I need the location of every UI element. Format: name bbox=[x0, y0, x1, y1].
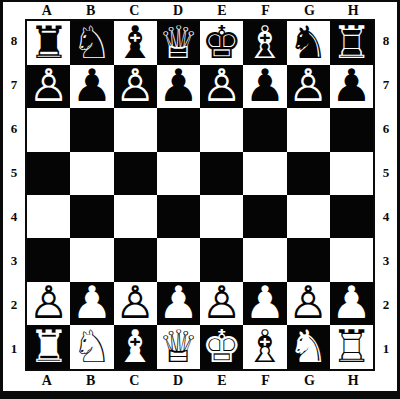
square-b4[interactable] bbox=[70, 195, 113, 238]
rank-label-left-5: 5 bbox=[3, 151, 25, 195]
square-b8[interactable]: ♘ bbox=[70, 21, 113, 64]
square-c3[interactable] bbox=[114, 238, 157, 281]
rank-label-left-3: 3 bbox=[3, 239, 25, 283]
square-h5[interactable] bbox=[330, 152, 373, 195]
square-f3[interactable] bbox=[243, 238, 286, 281]
black-pawn-f7: ♟ bbox=[245, 65, 285, 108]
white-bishop-c1: ♝ bbox=[115, 325, 155, 368]
file-label-bottom-d: D bbox=[156, 374, 200, 388]
square-f6[interactable] bbox=[243, 108, 286, 151]
file-label-bottom-e: E bbox=[200, 374, 244, 388]
square-d6[interactable] bbox=[157, 108, 200, 151]
black-rook-h8: ♖ bbox=[331, 21, 371, 64]
file-label-top-h: H bbox=[331, 4, 375, 18]
square-a3[interactable] bbox=[27, 238, 70, 281]
square-f1[interactable]: ♗ bbox=[243, 325, 286, 368]
black-pawn-c7: ♙ bbox=[115, 65, 155, 108]
square-f2[interactable]: ♟ bbox=[243, 282, 286, 325]
black-bishop-c8: ♝ bbox=[115, 21, 155, 64]
rank-label-right-4: 4 bbox=[375, 195, 397, 239]
white-king-e1: ♚ bbox=[201, 325, 241, 368]
square-d8[interactable]: ♕ bbox=[157, 21, 200, 64]
rank-label-left-2: 2 bbox=[3, 283, 25, 327]
square-a1[interactable]: ♜ bbox=[27, 325, 70, 368]
file-label-top-g: G bbox=[288, 4, 332, 18]
file-label-bottom-g: G bbox=[288, 374, 332, 388]
rank-label-right-5: 5 bbox=[375, 151, 397, 195]
square-b1[interactable]: ♘ bbox=[70, 325, 113, 368]
file-label-bottom-a: A bbox=[25, 374, 69, 388]
square-c2[interactable]: ♙ bbox=[114, 282, 157, 325]
black-pawn-d7: ♟ bbox=[158, 65, 198, 108]
square-b3[interactable] bbox=[70, 238, 113, 281]
file-label-bottom-b: B bbox=[69, 374, 113, 388]
black-king-e8: ♚ bbox=[201, 21, 241, 64]
square-e6[interactable] bbox=[200, 108, 243, 151]
square-e8[interactable]: ♚ bbox=[200, 21, 243, 64]
black-rook-a8: ♜ bbox=[28, 21, 68, 64]
file-label-bottom-f: F bbox=[244, 374, 288, 388]
rank-label-right-3: 3 bbox=[375, 239, 397, 283]
square-a7[interactable]: ♙ bbox=[27, 65, 70, 108]
square-b6[interactable] bbox=[70, 108, 113, 151]
square-d7[interactable]: ♟ bbox=[157, 65, 200, 108]
chessboard-diagram: ABCDEFGH 87654321 ♜♘♝♕♚♗♞♖♙♟♙♟♙♟♙♟♙♟♙♟♙♟… bbox=[0, 0, 400, 399]
square-d2[interactable]: ♟ bbox=[157, 282, 200, 325]
watermark-blob bbox=[331, 392, 353, 399]
file-labels-top: ABCDEFGH bbox=[3, 2, 397, 19]
square-g2[interactable]: ♙ bbox=[287, 282, 330, 325]
white-rook-a1: ♜ bbox=[28, 325, 68, 368]
white-pawn-g2: ♙ bbox=[288, 282, 328, 325]
square-e1[interactable]: ♚ bbox=[200, 325, 243, 368]
board: ♜♘♝♕♚♗♞♖♙♟♙♟♙♟♙♟♙♟♙♟♙♟♙♟♜♘♝♕♚♗♞♖ bbox=[25, 19, 375, 370]
black-knight-b8: ♘ bbox=[72, 21, 112, 64]
black-pawn-b7: ♟ bbox=[72, 65, 112, 108]
square-g7[interactable]: ♙ bbox=[287, 65, 330, 108]
square-g4[interactable] bbox=[287, 195, 330, 238]
square-e5[interactable] bbox=[200, 152, 243, 195]
black-pawn-a7: ♙ bbox=[28, 65, 68, 108]
black-knight-g8: ♞ bbox=[288, 21, 328, 64]
white-pawn-e2: ♙ bbox=[201, 282, 241, 325]
white-pawn-f2: ♟ bbox=[245, 282, 285, 325]
rank-label-left-6: 6 bbox=[3, 107, 25, 151]
square-a5[interactable] bbox=[27, 152, 70, 195]
rank-label-left-4: 4 bbox=[3, 195, 25, 239]
square-g8[interactable]: ♞ bbox=[287, 21, 330, 64]
rank-label-right-8: 8 bbox=[375, 19, 397, 63]
black-pawn-e7: ♙ bbox=[201, 65, 241, 108]
square-d4[interactable] bbox=[157, 195, 200, 238]
rank-label-right-7: 7 bbox=[375, 63, 397, 107]
file-label-top-c: C bbox=[113, 4, 157, 18]
square-c6[interactable] bbox=[114, 108, 157, 151]
white-queen-d1: ♕ bbox=[158, 325, 198, 368]
white-pawn-c2: ♙ bbox=[115, 282, 155, 325]
square-g6[interactable] bbox=[287, 108, 330, 151]
square-e3[interactable] bbox=[200, 238, 243, 281]
square-b5[interactable] bbox=[70, 152, 113, 195]
square-c1[interactable]: ♝ bbox=[114, 325, 157, 368]
square-b2[interactable]: ♟ bbox=[70, 282, 113, 325]
square-h8[interactable]: ♖ bbox=[330, 21, 373, 64]
board-band: 87654321 ♜♘♝♕♚♗♞♖♙♟♙♟♙♟♙♟♙♟♙♟♙♟♙♟♜♘♝♕♚♗♞… bbox=[3, 19, 397, 370]
square-c7[interactable]: ♙ bbox=[114, 65, 157, 108]
rank-labels-right: 87654321 bbox=[375, 19, 397, 370]
white-pawn-d2: ♟ bbox=[158, 282, 198, 325]
white-bishop-f1: ♗ bbox=[245, 325, 285, 368]
square-f8[interactable]: ♗ bbox=[243, 21, 286, 64]
square-h6[interactable] bbox=[330, 108, 373, 151]
square-d3[interactable] bbox=[157, 238, 200, 281]
square-h7[interactable]: ♟ bbox=[330, 65, 373, 108]
square-a4[interactable] bbox=[27, 195, 70, 238]
rank-label-right-1: 1 bbox=[375, 327, 397, 371]
white-knight-b1: ♘ bbox=[72, 325, 112, 368]
square-c5[interactable] bbox=[114, 152, 157, 195]
square-e2[interactable]: ♙ bbox=[200, 282, 243, 325]
square-g3[interactable] bbox=[287, 238, 330, 281]
square-g1[interactable]: ♞ bbox=[287, 325, 330, 368]
square-g5[interactable] bbox=[287, 152, 330, 195]
square-f5[interactable] bbox=[243, 152, 286, 195]
rank-label-right-2: 2 bbox=[375, 283, 397, 327]
rank-labels-left: 87654321 bbox=[3, 19, 25, 370]
rank-label-right-6: 6 bbox=[375, 107, 397, 151]
rank-label-left-8: 8 bbox=[3, 19, 25, 63]
square-a8[interactable]: ♜ bbox=[27, 21, 70, 64]
square-d5[interactable] bbox=[157, 152, 200, 195]
file-label-bottom-c: C bbox=[113, 374, 157, 388]
file-label-bottom-h: H bbox=[331, 374, 375, 388]
square-h2[interactable]: ♟ bbox=[330, 282, 373, 325]
square-c8[interactable]: ♝ bbox=[114, 21, 157, 64]
black-queen-d8: ♕ bbox=[158, 21, 198, 64]
square-f7[interactable]: ♟ bbox=[243, 65, 286, 108]
square-h3[interactable] bbox=[330, 238, 373, 281]
file-label-top-d: D bbox=[156, 4, 200, 18]
rank-label-left-1: 1 bbox=[3, 327, 25, 371]
file-label-top-f: F bbox=[244, 4, 288, 18]
rank-label-left-7: 7 bbox=[3, 63, 25, 107]
square-e4[interactable] bbox=[200, 195, 243, 238]
white-pawn-h2: ♟ bbox=[331, 282, 371, 325]
square-a2[interactable]: ♙ bbox=[27, 282, 70, 325]
file-label-top-a: A bbox=[25, 4, 69, 18]
white-pawn-b2: ♟ bbox=[72, 282, 112, 325]
square-f4[interactable] bbox=[243, 195, 286, 238]
file-labels-bottom: ABCDEFGH bbox=[3, 371, 397, 391]
square-h1[interactable]: ♖ bbox=[330, 325, 373, 368]
white-pawn-a2: ♙ bbox=[28, 282, 68, 325]
file-label-top-e: E bbox=[200, 4, 244, 18]
white-rook-h1: ♖ bbox=[331, 325, 371, 368]
square-a6[interactable] bbox=[27, 108, 70, 151]
black-pawn-h7: ♟ bbox=[331, 65, 371, 108]
black-bishop-f8: ♗ bbox=[245, 21, 285, 64]
square-e7[interactable]: ♙ bbox=[200, 65, 243, 108]
square-d1[interactable]: ♕ bbox=[157, 325, 200, 368]
white-knight-g1: ♞ bbox=[288, 325, 328, 368]
square-b7[interactable]: ♟ bbox=[70, 65, 113, 108]
file-label-top-b: B bbox=[69, 4, 113, 18]
square-h4[interactable] bbox=[330, 195, 373, 238]
black-pawn-g7: ♙ bbox=[288, 65, 328, 108]
square-c4[interactable] bbox=[114, 195, 157, 238]
